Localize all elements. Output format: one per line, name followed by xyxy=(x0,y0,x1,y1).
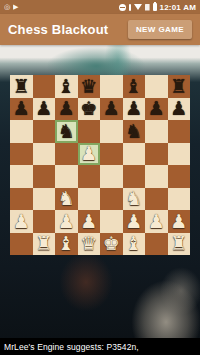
no-sim-icon xyxy=(145,4,150,11)
white-pawn: ♟ xyxy=(170,212,187,231)
content-area: ♜♝♛♝♜♟♟♟♚♟♟♟♟♞♞♟♞♞♟♟♟♟♟♟♜♝♛♚♝♜ MrLee's E… xyxy=(0,45,200,355)
black-rook: ♜ xyxy=(13,77,30,96)
white-knight: ♞ xyxy=(125,189,142,208)
white-pawn: ♟ xyxy=(125,212,142,231)
square-c6[interactable]: ♞ xyxy=(55,120,78,143)
square-e6[interactable] xyxy=(100,120,123,143)
square-f2[interactable]: ♟ xyxy=(123,210,146,233)
black-pawn: ♟ xyxy=(170,99,187,118)
white-rook: ♜ xyxy=(170,234,187,253)
square-g7[interactable]: ♟ xyxy=(145,98,168,121)
square-g4[interactable] xyxy=(145,165,168,188)
square-d1[interactable]: ♛ xyxy=(78,233,101,256)
wifi-icon xyxy=(134,4,142,10)
square-h2[interactable]: ♟ xyxy=(168,210,191,233)
square-b3[interactable] xyxy=(33,188,56,211)
square-a8[interactable]: ♜ xyxy=(10,75,33,98)
square-c1[interactable]: ♝ xyxy=(55,233,78,256)
square-f5[interactable] xyxy=(123,143,146,166)
square-a5[interactable] xyxy=(10,143,33,166)
square-e5[interactable] xyxy=(100,143,123,166)
white-rook: ♜ xyxy=(35,234,52,253)
app-title: Chess Blackout xyxy=(8,22,108,37)
square-g8[interactable] xyxy=(145,75,168,98)
square-b8[interactable] xyxy=(33,75,56,98)
square-d8[interactable]: ♛ xyxy=(78,75,101,98)
square-a1[interactable] xyxy=(10,233,33,256)
square-a2[interactable]: ♟ xyxy=(10,210,33,233)
square-b6[interactable] xyxy=(33,120,56,143)
square-d5[interactable]: ♟ xyxy=(78,143,101,166)
status-bar-left: ◎ ▶ xyxy=(4,0,19,14)
black-pawn: ♟ xyxy=(148,99,165,118)
square-f8[interactable]: ♝ xyxy=(123,75,146,98)
black-pawn: ♟ xyxy=(125,99,142,118)
new-game-button[interactable]: NEW GAME xyxy=(128,20,192,39)
square-h7[interactable]: ♟ xyxy=(168,98,191,121)
white-pawn: ♟ xyxy=(148,212,165,231)
square-a6[interactable] xyxy=(10,120,33,143)
square-b1[interactable]: ♜ xyxy=(33,233,56,256)
black-queen: ♛ xyxy=(80,77,97,96)
black-pawn: ♟ xyxy=(35,99,52,118)
battery-icon xyxy=(153,3,157,11)
square-h1[interactable]: ♜ xyxy=(168,233,191,256)
square-a7[interactable]: ♟ xyxy=(10,98,33,121)
black-rook: ♜ xyxy=(170,77,187,96)
white-king: ♚ xyxy=(103,234,120,253)
white-bishop: ♝ xyxy=(58,234,75,253)
status-bar: ◎ ▶ 12:01 AM xyxy=(0,0,200,14)
square-e8[interactable] xyxy=(100,75,123,98)
square-g3[interactable] xyxy=(145,188,168,211)
square-b7[interactable]: ♟ xyxy=(33,98,56,121)
square-e7[interactable]: ♟ xyxy=(100,98,123,121)
square-e3[interactable] xyxy=(100,188,123,211)
black-pawn: ♟ xyxy=(103,99,120,118)
engine-suggestion-text: MrLee's Engine suggests: P3542n, xyxy=(4,342,139,352)
black-knight: ♞ xyxy=(125,122,142,141)
square-g1[interactable] xyxy=(145,233,168,256)
black-knight: ♞ xyxy=(58,122,75,141)
chess-board: ♜♝♛♝♜♟♟♟♚♟♟♟♟♞♞♟♞♞♟♟♟♟♟♟♜♝♛♚♝♜ xyxy=(10,75,190,255)
square-h3[interactable] xyxy=(168,188,191,211)
square-c8[interactable]: ♝ xyxy=(55,75,78,98)
square-f3[interactable]: ♞ xyxy=(123,188,146,211)
black-bishop: ♝ xyxy=(58,77,75,96)
white-pawn: ♟ xyxy=(80,144,97,163)
white-pawn: ♟ xyxy=(13,212,30,231)
square-f6[interactable]: ♞ xyxy=(123,120,146,143)
square-g6[interactable] xyxy=(145,120,168,143)
app-bar: Chess Blackout NEW GAME xyxy=(0,14,200,45)
black-bishop: ♝ xyxy=(125,77,142,96)
square-c5[interactable] xyxy=(55,143,78,166)
square-c7[interactable]: ♟ xyxy=(55,98,78,121)
square-h5[interactable] xyxy=(168,143,191,166)
square-e4[interactable] xyxy=(100,165,123,188)
square-d4[interactable] xyxy=(78,165,101,188)
square-g2[interactable]: ♟ xyxy=(145,210,168,233)
square-b5[interactable] xyxy=(33,143,56,166)
square-c2[interactable]: ♟ xyxy=(55,210,78,233)
notification-circle-icon: ◎ xyxy=(4,0,10,14)
square-d6[interactable] xyxy=(78,120,101,143)
white-knight: ♞ xyxy=(58,189,75,208)
square-e1[interactable]: ♚ xyxy=(100,233,123,256)
vibrate-icon xyxy=(129,4,131,11)
black-pawn: ♟ xyxy=(13,99,30,118)
square-h4[interactable] xyxy=(168,165,191,188)
square-f4[interactable] xyxy=(123,165,146,188)
white-pawn: ♟ xyxy=(58,212,75,231)
engine-suggestion-bar: MrLee's Engine suggests: P3542n, xyxy=(0,338,200,355)
phone-screen: ◎ ▶ 12:01 AM Chess Blackout NEW GAME ♜♝♛… xyxy=(0,0,200,355)
do-not-disturb-icon xyxy=(119,4,126,11)
square-h6[interactable] xyxy=(168,120,191,143)
white-pawn: ♟ xyxy=(80,212,97,231)
square-b4[interactable] xyxy=(33,165,56,188)
square-c4[interactable] xyxy=(55,165,78,188)
black-king: ♚ xyxy=(80,99,97,118)
white-bishop: ♝ xyxy=(125,234,142,253)
square-d7[interactable]: ♚ xyxy=(78,98,101,121)
square-b2[interactable] xyxy=(33,210,56,233)
status-bar-time: 12:01 AM xyxy=(160,3,196,12)
status-bar-right: 12:01 AM xyxy=(119,3,196,12)
square-f7[interactable]: ♟ xyxy=(123,98,146,121)
square-d3[interactable] xyxy=(78,188,101,211)
square-h8[interactable]: ♜ xyxy=(168,75,191,98)
square-f1[interactable]: ♝ xyxy=(123,233,146,256)
play-notification-icon: ▶ xyxy=(13,0,18,14)
black-pawn: ♟ xyxy=(58,99,75,118)
white-queen: ♛ xyxy=(80,234,97,253)
square-g5[interactable] xyxy=(145,143,168,166)
square-c3[interactable]: ♞ xyxy=(55,188,78,211)
square-a4[interactable] xyxy=(10,165,33,188)
square-a3[interactable] xyxy=(10,188,33,211)
square-e2[interactable] xyxy=(100,210,123,233)
square-d2[interactable]: ♟ xyxy=(78,210,101,233)
